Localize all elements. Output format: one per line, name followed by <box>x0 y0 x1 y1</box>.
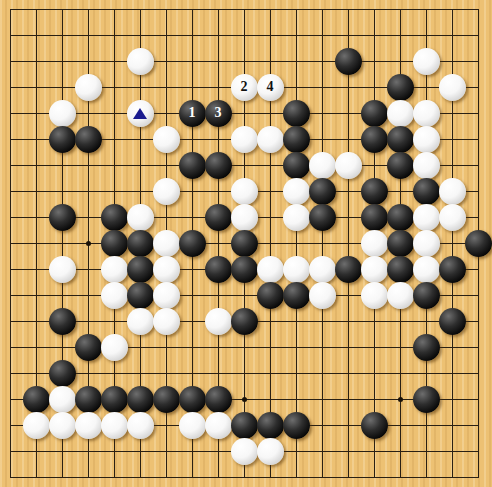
white-stone <box>153 282 180 309</box>
white-stone <box>231 204 258 231</box>
black-stone <box>387 126 414 153</box>
white-stone <box>153 256 180 283</box>
black-stone <box>283 282 310 309</box>
black-stone <box>101 230 128 257</box>
black-stone: 1 <box>179 100 206 127</box>
white-stone <box>231 126 258 153</box>
black-stone <box>387 74 414 101</box>
white-stone <box>231 178 258 205</box>
white-stone <box>101 334 128 361</box>
white-stone <box>49 100 76 127</box>
white-stone <box>309 282 336 309</box>
star-point <box>86 241 91 246</box>
black-stone <box>75 386 102 413</box>
black-stone <box>283 412 310 439</box>
black-stone <box>387 204 414 231</box>
white-stone <box>439 74 466 101</box>
white-stone <box>205 412 232 439</box>
triangle-marker-icon <box>133 108 147 119</box>
white-stone <box>361 256 388 283</box>
black-stone <box>413 386 440 413</box>
black-stone <box>153 386 180 413</box>
black-stone <box>257 282 284 309</box>
black-stone <box>387 256 414 283</box>
white-stone <box>127 412 154 439</box>
black-stone <box>179 230 206 257</box>
white-stone <box>153 230 180 257</box>
black-stone <box>361 100 388 127</box>
white-stone <box>387 100 414 127</box>
black-stone <box>309 204 336 231</box>
white-stone <box>257 256 284 283</box>
go-app-window: { "game": "Go (19x19 board diagram)", "b… <box>0 0 492 487</box>
white-stone <box>127 308 154 335</box>
white-stone <box>49 386 76 413</box>
black-stone <box>23 386 50 413</box>
black-stone <box>413 334 440 361</box>
black-stone <box>361 412 388 439</box>
star-point <box>398 397 403 402</box>
black-stone <box>49 204 76 231</box>
black-stone <box>283 152 310 179</box>
white-stone <box>283 178 310 205</box>
black-stone <box>127 256 154 283</box>
white-stone <box>283 204 310 231</box>
white-stone <box>413 100 440 127</box>
black-stone <box>465 230 492 257</box>
move-number-label: 2 <box>241 80 248 94</box>
black-stone <box>231 256 258 283</box>
white-stone <box>153 308 180 335</box>
white-stone <box>309 152 336 179</box>
black-stone <box>205 256 232 283</box>
black-stone <box>387 230 414 257</box>
black-stone <box>439 308 466 335</box>
white-stone <box>361 230 388 257</box>
black-stone <box>127 230 154 257</box>
white-stone <box>101 412 128 439</box>
black-stone <box>387 152 414 179</box>
star-point <box>242 397 247 402</box>
black-stone <box>335 48 362 75</box>
white-stone <box>127 48 154 75</box>
white-stone: 2 <box>231 74 258 101</box>
white-stone <box>413 230 440 257</box>
white-stone <box>283 256 310 283</box>
white-stone <box>153 126 180 153</box>
white-stone <box>127 204 154 231</box>
black-stone <box>179 386 206 413</box>
white-stone <box>257 438 284 465</box>
white-stone <box>231 438 258 465</box>
black-stone <box>309 178 336 205</box>
white-stone <box>23 412 50 439</box>
move-number-label: 4 <box>267 80 274 94</box>
white-stone <box>335 152 362 179</box>
black-stone <box>49 308 76 335</box>
white-stone <box>75 412 102 439</box>
white-stone <box>205 308 232 335</box>
black-stone <box>231 412 258 439</box>
black-stone <box>231 230 258 257</box>
white-stone <box>413 152 440 179</box>
white-stone <box>101 282 128 309</box>
black-stone <box>127 282 154 309</box>
white-stone <box>387 282 414 309</box>
black-stone <box>101 386 128 413</box>
white-stone <box>257 126 284 153</box>
white-stone <box>413 204 440 231</box>
black-stone <box>127 386 154 413</box>
black-stone <box>49 360 76 387</box>
white-stone <box>413 48 440 75</box>
black-stone <box>439 256 466 283</box>
white-stone <box>361 282 388 309</box>
white-stone <box>127 100 154 127</box>
black-stone: 3 <box>205 100 232 127</box>
black-stone <box>231 308 258 335</box>
white-stone <box>413 256 440 283</box>
black-stone <box>283 126 310 153</box>
black-stone <box>413 178 440 205</box>
black-stone <box>361 204 388 231</box>
black-stone <box>335 256 362 283</box>
white-stone: 4 <box>257 74 284 101</box>
white-stone <box>75 74 102 101</box>
white-stone <box>49 256 76 283</box>
black-stone <box>75 334 102 361</box>
black-stone <box>257 412 284 439</box>
white-stone <box>179 412 206 439</box>
white-stone <box>101 256 128 283</box>
go-board[interactable]: 2413 <box>0 0 492 487</box>
black-stone <box>179 152 206 179</box>
white-stone <box>439 178 466 205</box>
black-stone <box>283 100 310 127</box>
black-stone <box>101 204 128 231</box>
move-number-label: 1 <box>189 106 196 120</box>
white-stone <box>49 412 76 439</box>
black-stone <box>413 282 440 309</box>
white-stone <box>439 204 466 231</box>
black-stone <box>205 152 232 179</box>
white-stone <box>309 256 336 283</box>
white-stone <box>413 126 440 153</box>
black-stone <box>205 204 232 231</box>
white-stone <box>153 178 180 205</box>
black-stone <box>361 178 388 205</box>
black-stone <box>75 126 102 153</box>
black-stone <box>49 126 76 153</box>
move-number-label: 3 <box>215 106 222 120</box>
black-stone <box>361 126 388 153</box>
black-stone <box>205 386 232 413</box>
